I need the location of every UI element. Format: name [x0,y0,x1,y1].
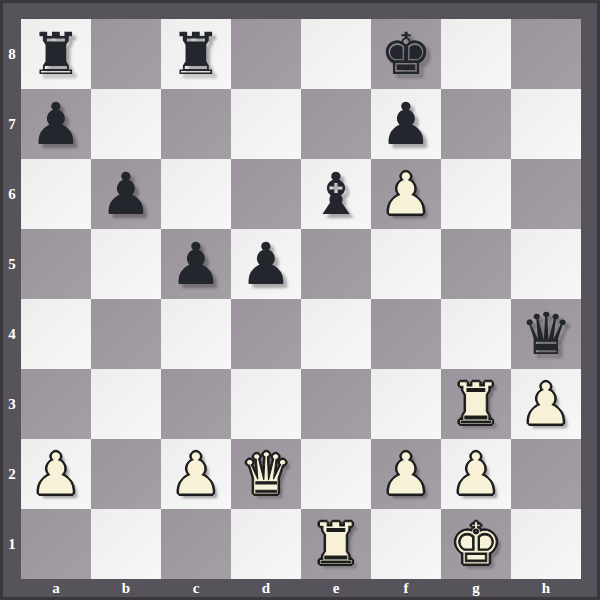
square-d6[interactable] [231,159,301,229]
square-a7[interactable]: ♟ [21,89,91,159]
piece-black-pawn[interactable]: ♟ [100,159,152,229]
square-a2[interactable]: ♟ [21,439,91,509]
square-b1[interactable] [91,509,161,579]
square-b8[interactable] [91,19,161,89]
piece-white-pawn[interactable]: ♟ [380,159,432,229]
square-d1[interactable] [231,509,301,579]
square-d8[interactable] [231,19,301,89]
square-a5[interactable] [21,229,91,299]
file-label-f: f [371,579,441,597]
file-labels: abcdefgh [21,579,581,597]
square-e1[interactable]: ♜ [301,509,371,579]
square-g4[interactable] [441,299,511,369]
square-g1[interactable]: ♚ [441,509,511,579]
piece-white-pawn[interactable]: ♟ [450,439,502,509]
square-e6[interactable]: ♝ [301,159,371,229]
piece-black-pawn[interactable]: ♟ [170,229,222,299]
square-e4[interactable] [301,299,371,369]
rank-label-6: 6 [3,159,21,229]
rank-label-3: 3 [3,369,21,439]
piece-white-pawn[interactable]: ♟ [380,439,432,509]
piece-white-pawn[interactable]: ♟ [520,369,572,439]
square-h5[interactable] [511,229,581,299]
square-g3[interactable]: ♜ [441,369,511,439]
square-h7[interactable] [511,89,581,159]
square-b6[interactable]: ♟ [91,159,161,229]
square-f7[interactable]: ♟ [371,89,441,159]
piece-black-pawn[interactable]: ♟ [240,229,292,299]
square-f8[interactable]: ♚ [371,19,441,89]
file-label-e: e [301,579,371,597]
square-d2[interactable]: ♛ [231,439,301,509]
file-label-h: h [511,579,581,597]
piece-black-rook[interactable]: ♜ [170,19,222,89]
square-g5[interactable] [441,229,511,299]
rank-label-4: 4 [3,299,21,369]
square-d5[interactable]: ♟ [231,229,301,299]
square-e2[interactable] [301,439,371,509]
rank-label-7: 7 [3,89,21,159]
square-h2[interactable] [511,439,581,509]
square-a8[interactable]: ♜ [21,19,91,89]
piece-black-king[interactable]: ♚ [380,19,432,89]
square-b2[interactable] [91,439,161,509]
square-c5[interactable]: ♟ [161,229,231,299]
square-f3[interactable] [371,369,441,439]
piece-black-pawn[interactable]: ♟ [380,89,432,159]
square-a4[interactable] [21,299,91,369]
square-h3[interactable]: ♟ [511,369,581,439]
square-c1[interactable] [161,509,231,579]
square-b4[interactable] [91,299,161,369]
file-label-b: b [91,579,161,597]
square-a1[interactable] [21,509,91,579]
square-h1[interactable] [511,509,581,579]
piece-white-pawn[interactable]: ♟ [170,439,222,509]
square-b3[interactable] [91,369,161,439]
square-g2[interactable]: ♟ [441,439,511,509]
square-h8[interactable] [511,19,581,89]
square-g8[interactable] [441,19,511,89]
piece-white-rook[interactable]: ♜ [450,369,502,439]
square-f2[interactable]: ♟ [371,439,441,509]
piece-white-rook[interactable]: ♜ [310,509,362,579]
square-a6[interactable] [21,159,91,229]
file-label-d: d [231,579,301,597]
square-b7[interactable] [91,89,161,159]
piece-black-bishop[interactable]: ♝ [310,159,362,229]
square-c6[interactable] [161,159,231,229]
square-c2[interactable]: ♟ [161,439,231,509]
square-f5[interactable] [371,229,441,299]
rank-label-2: 2 [3,439,21,509]
file-label-a: a [21,579,91,597]
square-c7[interactable] [161,89,231,159]
square-f4[interactable] [371,299,441,369]
square-d3[interactable] [231,369,301,439]
square-f6[interactable]: ♟ [371,159,441,229]
piece-white-queen[interactable]: ♛ [240,439,292,509]
piece-black-pawn[interactable]: ♟ [30,89,82,159]
square-h4[interactable]: ♛ [511,299,581,369]
square-e5[interactable] [301,229,371,299]
piece-white-pawn[interactable]: ♟ [30,439,82,509]
square-c3[interactable] [161,369,231,439]
file-label-c: c [161,579,231,597]
square-c4[interactable] [161,299,231,369]
square-g6[interactable] [441,159,511,229]
rank-labels: 87654321 [3,19,21,579]
rank-label-5: 5 [3,229,21,299]
file-label-g: g [441,579,511,597]
chess-board: ♜♜♚♟♟♟♝♟♟♟♛♜♟♟♟♛♟♟♜♚ [21,19,581,579]
square-c8[interactable]: ♜ [161,19,231,89]
rank-label-1: 1 [3,509,21,579]
square-b5[interactable] [91,229,161,299]
square-f1[interactable] [371,509,441,579]
piece-white-king[interactable]: ♚ [450,509,502,579]
square-g7[interactable] [441,89,511,159]
rank-label-8: 8 [3,19,21,89]
square-e8[interactable] [301,19,371,89]
square-e3[interactable] [301,369,371,439]
square-e7[interactable] [301,89,371,159]
square-d7[interactable] [231,89,301,159]
square-d4[interactable] [231,299,301,369]
square-a3[interactable] [21,369,91,439]
piece-black-queen[interactable]: ♛ [520,299,572,369]
chessboard-widget: 87654321 abcdefgh ♜♜♚♟♟♟♝♟♟♟♛♜♟♟♟♛♟♟♜♚ [0,0,600,600]
piece-black-rook[interactable]: ♜ [30,19,82,89]
square-h6[interactable] [511,159,581,229]
